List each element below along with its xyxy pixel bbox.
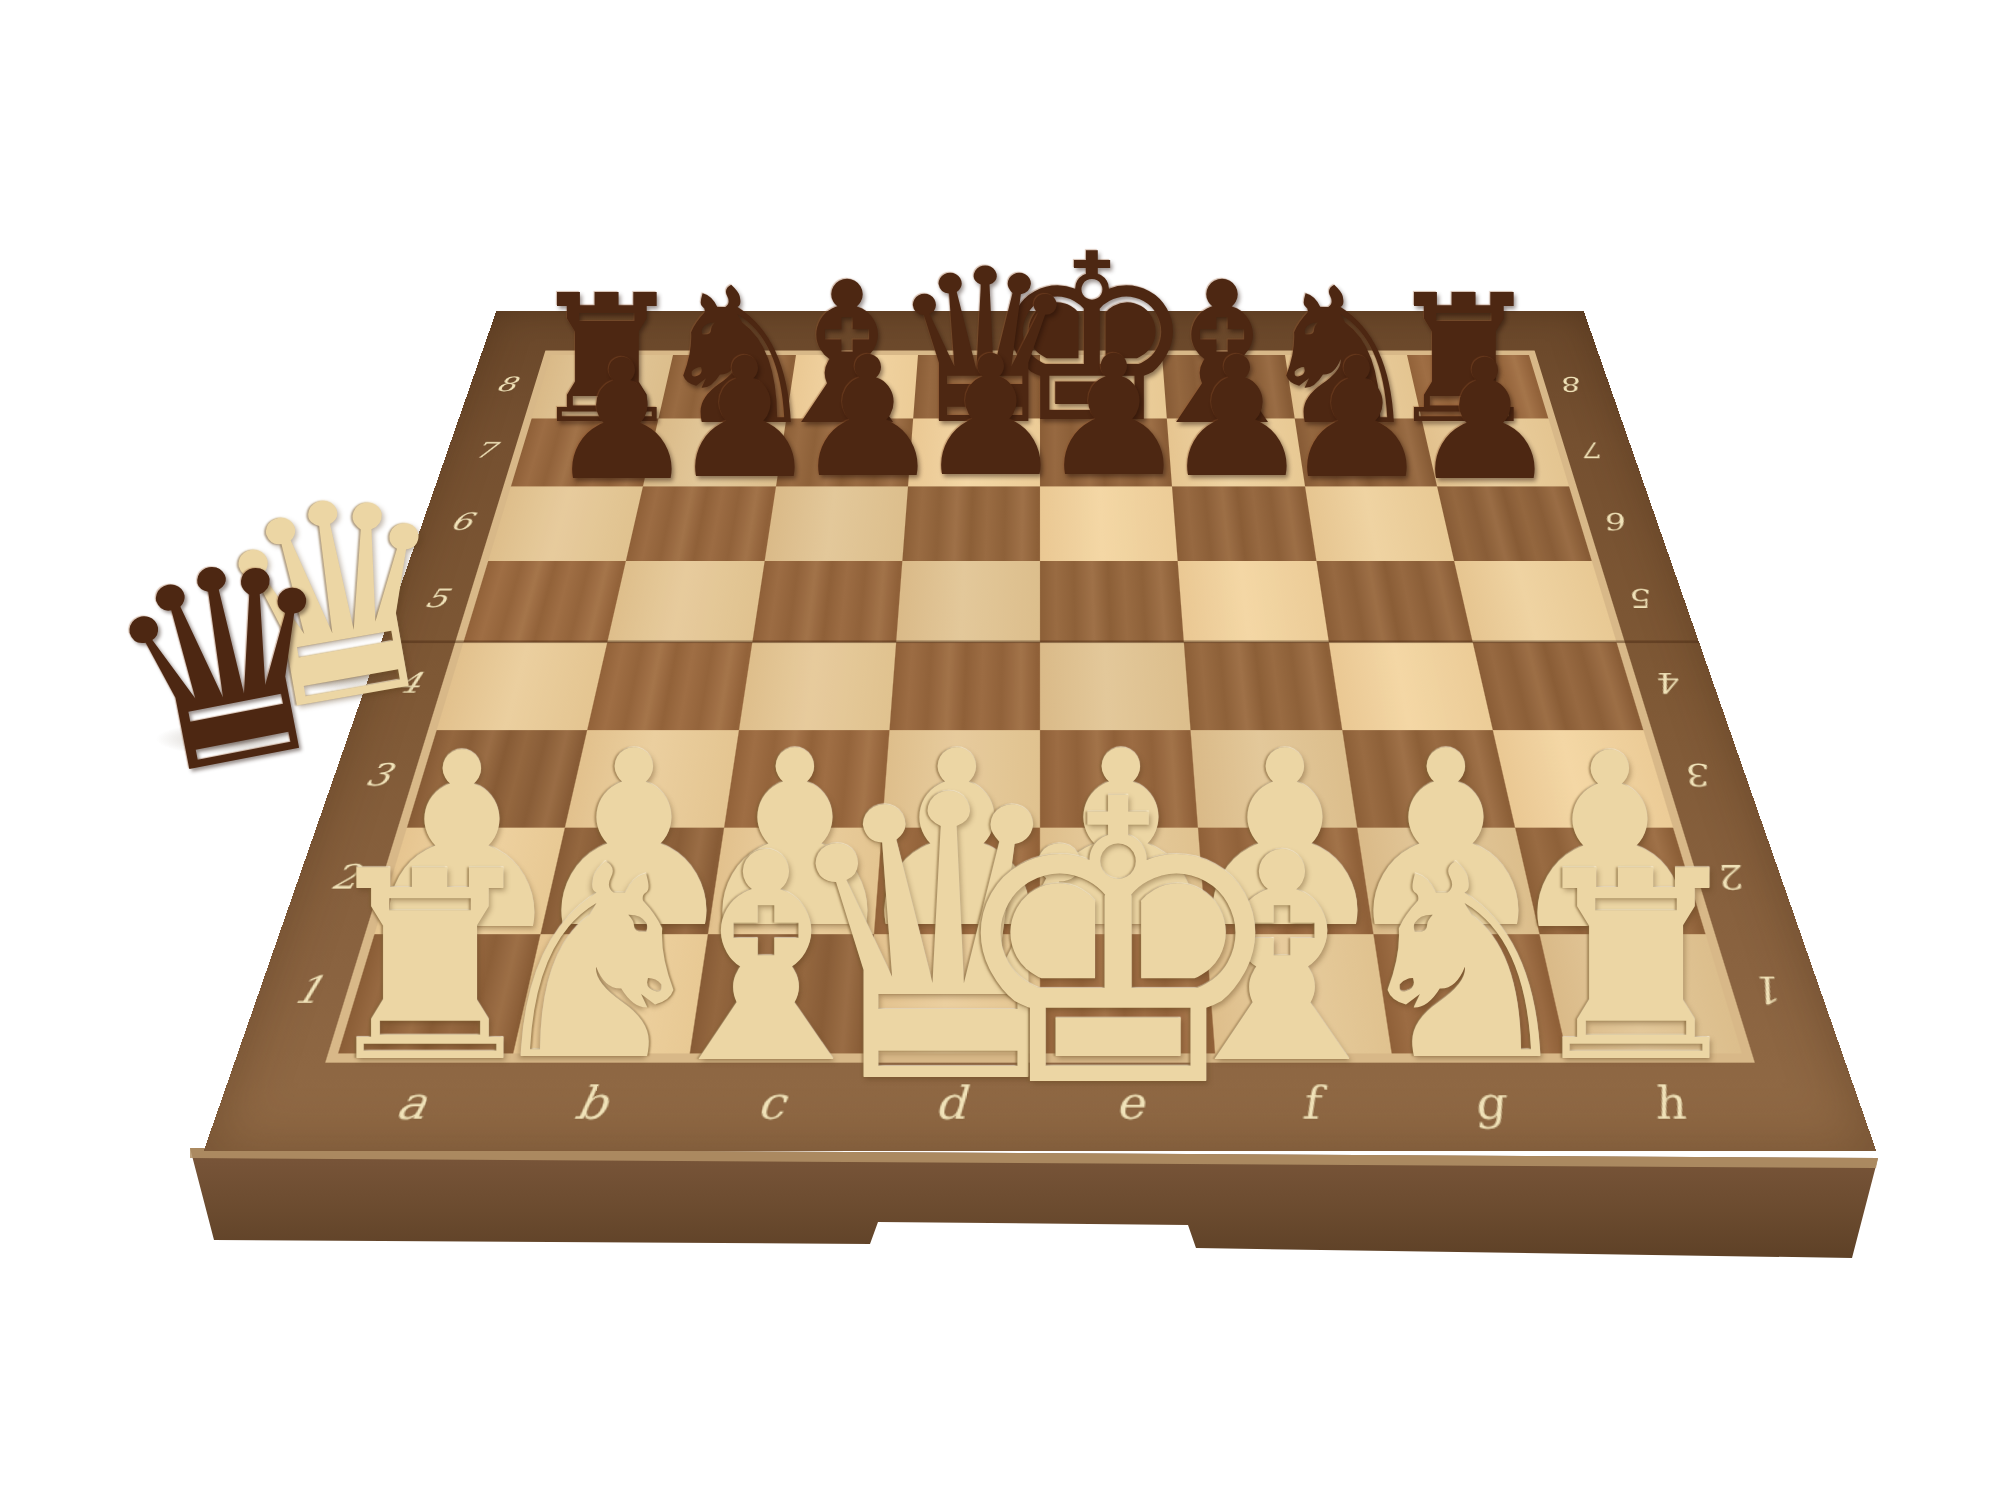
rank-label-left-7: 7	[457, 437, 512, 462]
chessboard-photo: 88a77b66c55d44e33f22g11h ♜♞♝♛♚♝♞♜♟♟♟♟♟♟♟…	[0, 0, 2000, 1500]
square-g5[interactable]	[1316, 561, 1472, 642]
rank-label-right-4: 4	[1639, 666, 1703, 699]
black-pawn-glyph: ♟	[1411, 338, 1560, 504]
square-f5[interactable]	[1178, 561, 1328, 642]
black-pawn-glyph: ♟	[1283, 336, 1432, 502]
white-rook-glyph: ♜	[1519, 838, 1753, 1099]
rank-label-left-8: 8	[480, 373, 532, 396]
square-h5[interactable]	[1454, 561, 1617, 642]
piece-black-pawn-a7[interactable]: ♟	[548, 338, 697, 504]
fold-seam	[381, 640, 1700, 643]
square-e5[interactable]	[1040, 561, 1184, 642]
square-c5[interactable]	[752, 561, 902, 642]
white-king-glyph: ♚	[942, 749, 1293, 1141]
piece-black-pawn-h7[interactable]: ♟	[1411, 338, 1560, 504]
piece-white-king-e1[interactable]: ♚	[942, 749, 1293, 1141]
piece-black-queen-off-board[interactable]: ♛	[109, 535, 347, 801]
piece-black-pawn-g7[interactable]: ♟	[1283, 336, 1432, 502]
rank-label-right-5: 5	[1614, 584, 1674, 614]
black-queen-glyph: ♛	[86, 515, 371, 822]
piece-white-rook-h1[interactable]: ♜	[1519, 838, 1753, 1099]
piece-white-rook-a1[interactable]: ♜	[313, 838, 547, 1099]
square-b5[interactable]	[608, 561, 764, 642]
square-d5[interactable]	[896, 561, 1040, 642]
rank-label-right-7: 7	[1568, 437, 1623, 462]
rank-label-right-6: 6	[1590, 507, 1648, 534]
square-a5[interactable]	[464, 561, 627, 642]
white-rook-glyph: ♜	[313, 838, 547, 1099]
black-pawn-glyph: ♟	[548, 338, 697, 504]
